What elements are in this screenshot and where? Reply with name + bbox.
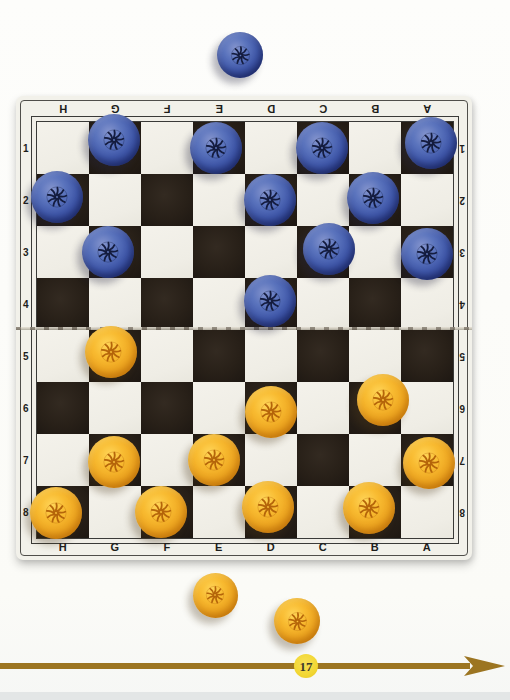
square-C7[interactable] xyxy=(297,434,349,486)
file-label-bottom-B: B xyxy=(371,541,379,553)
file-label-bottom-H: H xyxy=(59,541,67,553)
file-label-top-C: C xyxy=(319,103,327,115)
book-page: HGFEDCBAHGFEDCBA1234567812345678 17 xyxy=(0,0,510,700)
square-A6[interactable] xyxy=(401,382,453,434)
checker-piece-yellow-A7[interactable] xyxy=(403,437,455,489)
checker-piece-blue-E1[interactable] xyxy=(190,122,242,174)
rank-label-right-6: 6 xyxy=(459,403,465,414)
checker-piece-yellow-D6[interactable] xyxy=(245,386,297,438)
checker-piece-blue-C3[interactable] xyxy=(303,223,355,275)
square-G4[interactable] xyxy=(89,278,141,330)
rank-label-right-8: 8 xyxy=(459,507,465,518)
file-label-bottom-D: D xyxy=(267,541,275,553)
square-F3[interactable] xyxy=(141,226,193,278)
square-F5[interactable] xyxy=(141,330,193,382)
square-D1[interactable] xyxy=(245,122,297,174)
square-H5[interactable] xyxy=(37,330,89,382)
square-C6[interactable] xyxy=(297,382,349,434)
footer-arrow-line xyxy=(0,663,470,669)
board: HGFEDCBAHGFEDCBA1234567812345678 xyxy=(16,96,472,560)
square-E2[interactable] xyxy=(193,174,245,226)
file-label-bottom-F: F xyxy=(163,541,170,553)
checker-piece-blue-A3[interactable] xyxy=(401,228,453,280)
square-E3[interactable] xyxy=(193,226,245,278)
square-F4[interactable] xyxy=(141,278,193,330)
square-H6[interactable] xyxy=(37,382,89,434)
square-C4[interactable] xyxy=(297,278,349,330)
checker-piece-yellow-B8[interactable] xyxy=(343,482,395,534)
captured-piece-yellow-2[interactable] xyxy=(193,573,238,618)
checker-piece-yellow-G7[interactable] xyxy=(88,436,140,488)
rank-label-right-3: 3 xyxy=(459,247,465,258)
square-E8[interactable] xyxy=(193,486,245,538)
file-label-bottom-C: C xyxy=(319,541,327,553)
square-E4[interactable] xyxy=(193,278,245,330)
checker-piece-yellow-E7[interactable] xyxy=(188,434,240,486)
square-A5[interactable] xyxy=(401,330,453,382)
square-B1[interactable] xyxy=(349,122,401,174)
square-E6[interactable] xyxy=(193,382,245,434)
square-D7[interactable] xyxy=(245,434,297,486)
square-A8[interactable] xyxy=(401,486,453,538)
square-B4[interactable] xyxy=(349,278,401,330)
square-F1[interactable] xyxy=(141,122,193,174)
square-C2[interactable] xyxy=(297,174,349,226)
rank-label-left-3: 3 xyxy=(23,247,29,258)
square-G8[interactable] xyxy=(89,486,141,538)
square-F2[interactable] xyxy=(141,174,193,226)
square-F6[interactable] xyxy=(141,382,193,434)
rank-label-right-7: 7 xyxy=(459,455,465,466)
square-A2[interactable] xyxy=(401,174,453,226)
rank-label-left-2: 2 xyxy=(23,195,29,206)
rank-label-right-1: 1 xyxy=(459,143,465,154)
checker-piece-blue-H2[interactable] xyxy=(31,171,83,223)
page-number-badge: 17 xyxy=(294,654,318,678)
file-label-bottom-E: E xyxy=(215,541,223,553)
square-C5[interactable] xyxy=(297,330,349,382)
rank-label-left-6: 6 xyxy=(23,403,29,414)
checker-piece-yellow-B6[interactable] xyxy=(357,374,409,426)
checker-piece-blue-B2[interactable] xyxy=(347,172,399,224)
captured-piece-blue-1[interactable] xyxy=(217,32,263,78)
square-B7[interactable] xyxy=(349,434,401,486)
rank-label-left-8: 8 xyxy=(23,507,29,518)
file-label-top-H: H xyxy=(59,103,67,115)
file-label-top-A: A xyxy=(423,103,431,115)
rank-label-left-4: 4 xyxy=(23,299,29,310)
checker-piece-blue-G1[interactable] xyxy=(88,114,140,166)
file-label-bottom-A: A xyxy=(423,541,431,553)
rank-label-right-5: 5 xyxy=(459,351,465,362)
square-A4[interactable] xyxy=(401,278,453,330)
square-D3[interactable] xyxy=(245,226,297,278)
checker-piece-yellow-H8[interactable] xyxy=(30,487,82,539)
rank-label-left-5: 5 xyxy=(23,351,29,362)
file-label-top-E: E xyxy=(215,103,223,115)
board-fold-seam xyxy=(16,327,472,330)
square-C8[interactable] xyxy=(297,486,349,538)
file-label-top-F: F xyxy=(163,103,170,115)
square-G2[interactable] xyxy=(89,174,141,226)
page-bottom-edge xyxy=(0,692,510,700)
square-G6[interactable] xyxy=(89,382,141,434)
checker-piece-yellow-D8[interactable] xyxy=(242,481,294,533)
checker-piece-blue-G3[interactable] xyxy=(82,226,134,278)
square-H7[interactable] xyxy=(37,434,89,486)
square-D5[interactable] xyxy=(245,330,297,382)
square-F7[interactable] xyxy=(141,434,193,486)
checker-piece-blue-D4[interactable] xyxy=(244,275,296,327)
checker-piece-blue-D2[interactable] xyxy=(244,174,296,226)
checker-piece-blue-C1[interactable] xyxy=(296,122,348,174)
footer-arrow-head-icon xyxy=(464,651,506,681)
square-B3[interactable] xyxy=(349,226,401,278)
checker-piece-yellow-F8[interactable] xyxy=(135,486,187,538)
checker-piece-yellow-G5[interactable] xyxy=(85,326,137,378)
file-label-bottom-G: G xyxy=(110,541,119,553)
file-label-top-B: B xyxy=(371,103,379,115)
rank-label-left-1: 1 xyxy=(23,143,29,154)
square-E5[interactable] xyxy=(193,330,245,382)
checker-piece-blue-A1[interactable] xyxy=(405,117,457,169)
square-H1[interactable] xyxy=(37,122,89,174)
rank-label-right-4: 4 xyxy=(459,299,465,310)
page-number: 17 xyxy=(300,660,313,673)
captured-piece-yellow-3[interactable] xyxy=(274,598,320,644)
rank-label-right-2: 2 xyxy=(459,195,465,206)
rank-label-left-7: 7 xyxy=(23,455,29,466)
square-H4[interactable] xyxy=(37,278,89,330)
file-label-top-D: D xyxy=(267,103,275,115)
